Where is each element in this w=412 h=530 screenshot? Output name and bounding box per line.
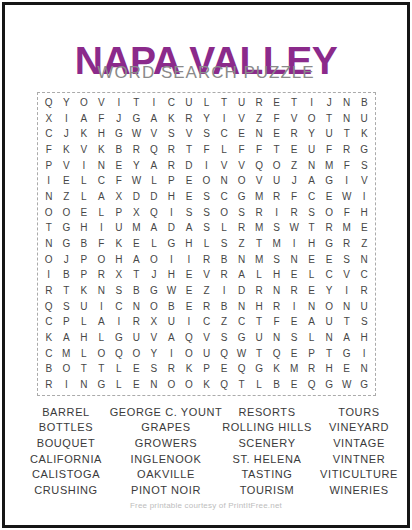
grid-cell: Y xyxy=(320,283,338,299)
grid-cell: V xyxy=(180,126,198,142)
grid-cell: O xyxy=(163,377,181,393)
grid-cell: X xyxy=(128,205,146,221)
grid-cell: U xyxy=(233,95,251,111)
grid-cell: S xyxy=(355,315,373,331)
grid-cell: M xyxy=(285,362,303,378)
grid-cell: T xyxy=(250,346,268,362)
word-list-item: TOURS xyxy=(320,404,398,420)
grid-cell: F xyxy=(268,111,286,127)
word-list-item: ROLLING HILLS xyxy=(214,420,320,436)
grid-cell: E xyxy=(128,362,146,378)
grid-cell: R xyxy=(128,142,146,158)
grid-cell: S xyxy=(198,189,216,205)
word-list-item: BOUQUET xyxy=(14,435,118,451)
grid-cell: I xyxy=(268,205,286,221)
grid-cell: O xyxy=(145,299,163,315)
grid-cell: M xyxy=(250,189,268,205)
grid-cell: H xyxy=(93,126,111,142)
grid-cell: C xyxy=(163,95,181,111)
grid-cell: I xyxy=(93,299,111,315)
word-list-item: GRAPES xyxy=(118,420,214,436)
grid-cell: R xyxy=(285,205,303,221)
grid-cell: N xyxy=(233,252,251,268)
grid-cell: E xyxy=(285,377,303,393)
grid-cell: I xyxy=(75,158,93,174)
grid-cell: I xyxy=(355,189,373,205)
word-list-item: BARREL xyxy=(14,404,118,420)
grid-cell: A xyxy=(303,173,321,189)
word-list-item: SCENERY xyxy=(214,435,320,451)
grid-cell: P xyxy=(58,315,76,331)
grid-cell: S xyxy=(58,299,76,315)
grid-cell: J xyxy=(58,126,76,142)
grid-cell: E xyxy=(215,362,233,378)
grid-cell: N xyxy=(303,158,321,174)
grid-cell: O xyxy=(303,111,321,127)
grid-cell: A xyxy=(180,220,198,236)
grid-cell: T xyxy=(320,346,338,362)
grid-cell: L xyxy=(250,377,268,393)
grid-cell: G xyxy=(233,330,251,346)
grid-cell: A xyxy=(93,189,111,205)
grid-cell: O xyxy=(75,95,93,111)
grid-cell: G xyxy=(320,173,338,189)
grid-cell: R xyxy=(215,268,233,284)
grid-cell: T xyxy=(215,95,233,111)
grid-cell: M xyxy=(250,252,268,268)
grid-cell: B xyxy=(58,268,76,284)
grid-cell: U xyxy=(320,315,338,331)
grid-cell: Z xyxy=(215,315,233,331)
grid-cell: P xyxy=(75,252,93,268)
grid-cell: L xyxy=(215,142,233,158)
grid-cell: C xyxy=(40,126,58,142)
grid-cell: N xyxy=(268,283,286,299)
grid-cell: F xyxy=(338,205,356,221)
grid-cell: W xyxy=(338,377,356,393)
grid-cell: I xyxy=(285,299,303,315)
grid-cell: B xyxy=(128,283,146,299)
grid-cell: L xyxy=(75,346,93,362)
grid-cell: R xyxy=(128,315,146,331)
grid-cell: Z xyxy=(285,158,303,174)
grid-cell: U xyxy=(163,315,181,331)
grid-cell: C xyxy=(110,299,128,315)
grid-cell: I xyxy=(163,346,181,362)
grid-cell: P xyxy=(198,362,216,378)
grid-cell: E xyxy=(268,95,286,111)
grid-cell: I xyxy=(180,252,198,268)
grid-cell: G xyxy=(145,283,163,299)
grid-cell: T xyxy=(268,142,286,158)
grid-cell: U xyxy=(250,330,268,346)
grid-cell: R xyxy=(163,362,181,378)
grid-cell: I xyxy=(180,315,198,331)
grid-cell: E xyxy=(180,299,198,315)
grid-cell: Y xyxy=(145,346,163,362)
grid-cell: Q xyxy=(180,330,198,346)
grid-cell: E xyxy=(285,142,303,158)
grid-cell: V xyxy=(233,111,251,127)
grid-cell: R xyxy=(268,189,286,205)
grid-cell: L xyxy=(93,330,111,346)
grid-cell: Q xyxy=(215,377,233,393)
grid-cell: L xyxy=(145,173,163,189)
grid-cell: H xyxy=(268,268,286,284)
grid-cell: L xyxy=(75,173,93,189)
grid-cell: U xyxy=(198,346,216,362)
grid-cell: K xyxy=(268,362,286,378)
grid-cell: Y xyxy=(198,111,216,127)
grid-cell: W xyxy=(128,173,146,189)
grid-cell: H xyxy=(163,189,181,205)
grid-cell: W xyxy=(128,126,146,142)
grid-cell: J xyxy=(58,252,76,268)
grid-cell: R xyxy=(93,268,111,284)
grid-cell: S xyxy=(163,126,181,142)
grid-cell: E xyxy=(128,377,146,393)
grid-cell: P xyxy=(303,346,321,362)
grid-cell: M xyxy=(338,220,356,236)
word-list-item: BOTTLES xyxy=(14,420,118,436)
grid-cell: N xyxy=(338,299,356,315)
grid-cell: B xyxy=(163,299,181,315)
grid-cell: I xyxy=(163,252,181,268)
grid-cell: S xyxy=(198,220,216,236)
grid-cell: A xyxy=(163,330,181,346)
grid-cell: B xyxy=(268,377,286,393)
grid-cell: U xyxy=(180,95,198,111)
grid-cell: S xyxy=(180,205,198,221)
grid-cell: H xyxy=(163,268,181,284)
grid-cell: L xyxy=(198,95,216,111)
grid-cell: S xyxy=(233,205,251,221)
grid-cell: A xyxy=(128,252,146,268)
grid-cell: N xyxy=(338,95,356,111)
grid-cell: U xyxy=(110,220,128,236)
grid-cell: Y xyxy=(128,158,146,174)
grid-cell: F xyxy=(285,189,303,205)
grid-cell: T xyxy=(75,362,93,378)
grid-cell: A xyxy=(338,330,356,346)
grid-cell: G xyxy=(110,126,128,142)
grid-cell: G xyxy=(233,189,251,205)
grid-cell: F xyxy=(93,111,111,127)
grid-cell: O xyxy=(93,346,111,362)
grid-cell: N xyxy=(285,252,303,268)
grid-cell: G xyxy=(320,236,338,252)
grid-cell: E xyxy=(320,252,338,268)
grid-cell: G xyxy=(355,377,373,393)
grid-cell: N xyxy=(268,330,286,346)
grid-cell: Z xyxy=(250,111,268,127)
grid-cell: R xyxy=(180,111,198,127)
grid-cell: H xyxy=(110,252,128,268)
grid-cell: G xyxy=(93,377,111,393)
grid-cell: E xyxy=(110,158,128,174)
grid-cell: G xyxy=(58,236,76,252)
grid-cell: S xyxy=(355,158,373,174)
word-list-item: TASTING xyxy=(214,466,320,482)
grid-cell: O xyxy=(145,252,163,268)
grid-cell: N xyxy=(215,173,233,189)
grid-cell: M xyxy=(320,158,338,174)
grid-cell: N xyxy=(40,189,58,205)
grid-cell: L xyxy=(215,220,233,236)
grid-cell: U xyxy=(75,299,93,315)
grid-cell: N xyxy=(303,299,321,315)
puzzle-subtitle: WORD SEARCH PUZZLE xyxy=(0,63,412,83)
grid-cell: C xyxy=(93,173,111,189)
grid-cell: Y xyxy=(58,95,76,111)
grid-cell: T xyxy=(128,95,146,111)
grid-cell: E xyxy=(58,173,76,189)
grid-cell: L xyxy=(250,268,268,284)
grid-cell: X xyxy=(110,189,128,205)
grid-cell: J xyxy=(320,95,338,111)
grid-cell: H xyxy=(303,236,321,252)
grid-cell: R xyxy=(233,220,251,236)
grid-cell: V xyxy=(355,173,373,189)
grid-cell: J xyxy=(285,173,303,189)
grid-cell: Q xyxy=(145,205,163,221)
grid-cell: W xyxy=(285,220,303,236)
grid-cell: G xyxy=(355,142,373,158)
grid-cell: R xyxy=(250,95,268,111)
grid-cell: S xyxy=(285,330,303,346)
grid-cell: S xyxy=(198,205,216,221)
grid-cell: N xyxy=(338,111,356,127)
grid-cell: S xyxy=(268,252,286,268)
word-search-grid: QYOVITICULTURETIJNBXIAFJGAKRYIVZFVOTNUCJ… xyxy=(37,92,376,396)
grid-cell: E xyxy=(338,362,356,378)
grid-cell: V xyxy=(58,158,76,174)
grid-cell: E xyxy=(180,283,198,299)
grid-cell: K xyxy=(198,377,216,393)
grid-cell: T xyxy=(180,142,198,158)
grid-cell: H xyxy=(180,236,198,252)
word-list-item: INGLENOOK xyxy=(118,451,214,467)
grid-cell: B xyxy=(75,236,93,252)
grid-cell: I xyxy=(338,173,356,189)
grid-cell: T xyxy=(40,220,58,236)
grid-cell: P xyxy=(75,268,93,284)
grid-cell: T xyxy=(303,220,321,236)
grid-cell: I xyxy=(93,220,111,236)
grid-cell: W xyxy=(338,189,356,205)
grid-cell: A xyxy=(145,220,163,236)
grid-cell: L xyxy=(303,330,321,346)
grid-cell: C xyxy=(40,346,58,362)
grid-cell: N xyxy=(355,362,373,378)
word-list-item: PINOT NOIR xyxy=(118,482,214,498)
grid-cell: H xyxy=(75,220,93,236)
grid-cell: N xyxy=(93,283,111,299)
grid-cell: X xyxy=(145,315,163,331)
grid-cell: T xyxy=(93,362,111,378)
grid-cell: D xyxy=(145,189,163,205)
grid-cell: L xyxy=(75,189,93,205)
grid-cell: R xyxy=(285,126,303,142)
grid-cell: C xyxy=(320,268,338,284)
grid-cell: I xyxy=(110,315,128,331)
grid-cell: K xyxy=(75,126,93,142)
grid-cell: I xyxy=(303,95,321,111)
grid-cell: G xyxy=(58,220,76,236)
grid-cell: U xyxy=(355,299,373,315)
grid-cell: G xyxy=(163,236,181,252)
grid-cell: G xyxy=(110,330,128,346)
grid-cell: X xyxy=(110,268,128,284)
grid-cell: D xyxy=(128,189,146,205)
grid-cell: I xyxy=(40,268,58,284)
grid-cell: R xyxy=(40,283,58,299)
grid-cell: L xyxy=(75,315,93,331)
grid-cell: D xyxy=(233,283,251,299)
grid-cell: O xyxy=(320,205,338,221)
word-list-item: CALISTOGA xyxy=(14,466,118,482)
grid-cell: O xyxy=(268,158,286,174)
grid-cell: S xyxy=(338,252,356,268)
grid-cell: E xyxy=(180,173,198,189)
word-list-item: GEORGE C. YOUNT xyxy=(118,404,214,420)
grid-cell: I xyxy=(198,158,216,174)
grid-cell: R xyxy=(268,299,286,315)
grid-cell: N xyxy=(233,299,251,315)
grid-cell: Z xyxy=(355,236,373,252)
grid-cell: E xyxy=(268,126,286,142)
grid-cell: K xyxy=(110,236,128,252)
grid-cell: F xyxy=(40,142,58,158)
grid-cell: T xyxy=(285,95,303,111)
word-list-item: RESORTS xyxy=(214,404,320,420)
grid-cell: D xyxy=(163,220,181,236)
grid-cell: B xyxy=(215,299,233,315)
grid-cell: E xyxy=(303,283,321,299)
grid-cell: C xyxy=(40,315,58,331)
grid-cell: I xyxy=(40,173,58,189)
grid-cell: I xyxy=(355,346,373,362)
grid-cell: R xyxy=(198,252,216,268)
grid-cell: Z xyxy=(198,283,216,299)
grid-cell: E xyxy=(320,189,338,205)
grid-cell: K xyxy=(40,330,58,346)
grid-cell: Q xyxy=(40,299,58,315)
grid-cell: B xyxy=(110,142,128,158)
grid-cell: T xyxy=(250,315,268,331)
grid-cell: C xyxy=(303,189,321,205)
grid-cell: F xyxy=(268,315,286,331)
grid-cell: R xyxy=(163,142,181,158)
grid-cell: N xyxy=(250,126,268,142)
grid-cell: V xyxy=(233,158,251,174)
grid-cell: A xyxy=(75,111,93,127)
grid-cell: O xyxy=(40,205,58,221)
grid-cell: O xyxy=(93,252,111,268)
grid-cell: V xyxy=(75,142,93,158)
grid-cell: V xyxy=(198,330,216,346)
grid-cell: E xyxy=(285,346,303,362)
grid-cell: C xyxy=(233,315,251,331)
grid-cell: V xyxy=(145,126,163,142)
grid-cell: E xyxy=(355,220,373,236)
grid-cell: R xyxy=(250,205,268,221)
grid-cell: V xyxy=(338,268,356,284)
word-list-item: GROWERS xyxy=(118,435,214,451)
grid-cell: Z xyxy=(233,236,251,252)
grid-cell: L xyxy=(110,362,128,378)
grid-cell: W xyxy=(163,283,181,299)
grid-cell: S xyxy=(215,330,233,346)
word-list-item: CALIFORNIA xyxy=(14,451,118,467)
grid-cell: M xyxy=(58,346,76,362)
word-list-item: VINTAGE xyxy=(320,435,398,451)
grid-cell: S xyxy=(215,236,233,252)
grid-cell: O xyxy=(58,362,76,378)
word-list-item: WINERIES xyxy=(320,482,398,498)
grid-cell: Q xyxy=(250,158,268,174)
grid-cell: V xyxy=(215,158,233,174)
grid-cell: C xyxy=(215,126,233,142)
grid-cell: E xyxy=(285,315,303,331)
grid-cell: I xyxy=(338,283,356,299)
grid-cell: O xyxy=(180,377,198,393)
grid-cell: H xyxy=(250,299,268,315)
grid-cell: V xyxy=(93,95,111,111)
grid-cell: T xyxy=(338,315,356,331)
grid-cell: I xyxy=(58,111,76,127)
grid-cell: A xyxy=(93,315,111,331)
word-list-item: OAKVILLE xyxy=(118,466,214,482)
grid-cell: Q xyxy=(233,362,251,378)
grid-cell: N xyxy=(128,299,146,315)
grid-cell: K xyxy=(58,142,76,158)
grid-cell: M xyxy=(268,236,286,252)
grid-cell: F xyxy=(198,142,216,158)
grid-cell: Q xyxy=(215,346,233,362)
grid-cell: K xyxy=(93,142,111,158)
grid-cell: O xyxy=(58,205,76,221)
grid-cell: O xyxy=(180,346,198,362)
grid-cell: B xyxy=(40,362,58,378)
grid-cell: L xyxy=(93,205,111,221)
grid-cell: L xyxy=(110,377,128,393)
grid-cell: P xyxy=(110,205,128,221)
grid-cell: Y xyxy=(303,126,321,142)
grid-cell: F xyxy=(250,142,268,158)
grid-cell: D xyxy=(180,158,198,174)
grid-cell: V xyxy=(145,330,163,346)
grid-cell: Z xyxy=(58,189,76,205)
grid-cell: Q xyxy=(40,95,58,111)
word-list: BARRELBOTTLESBOUQUETCALIFORNIACALISTOGAC… xyxy=(14,404,398,498)
grid-cell: V xyxy=(198,268,216,284)
grid-cell: V xyxy=(250,173,268,189)
grid-cell: M xyxy=(128,220,146,236)
grid-cell: L xyxy=(303,268,321,284)
grid-cell: S xyxy=(303,205,321,221)
grid-cell: C xyxy=(198,315,216,331)
grid-cell: C xyxy=(215,189,233,205)
grid-cell: A xyxy=(58,330,76,346)
grid-cell: S xyxy=(198,126,216,142)
grid-cell: U xyxy=(128,330,146,346)
grid-cell: U xyxy=(320,126,338,142)
grid-cell: T xyxy=(58,283,76,299)
word-list-item: ST. HELENA xyxy=(214,451,320,467)
grid-cell: C xyxy=(355,268,373,284)
grid-cell: I xyxy=(215,283,233,299)
